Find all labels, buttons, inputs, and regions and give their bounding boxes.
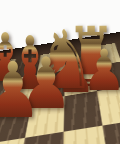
chess-set-photo: Angled close-up photo of a wooden chess … <box>0 0 120 144</box>
piece-pawn-b6[interactable]: ♟ <box>0 52 42 129</box>
scene-caption: Angled close-up photo of a wooden chess … <box>0 0 1 1</box>
